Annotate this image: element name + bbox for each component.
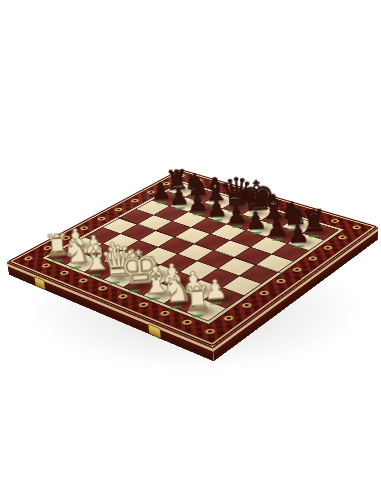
black-pawn[interactable]: ♟ bbox=[285, 221, 312, 247]
white-rook[interactable]: ♜ bbox=[182, 282, 212, 317]
product-photo: ♜♞♝♛♚♝♞♜♟♟♟♟♟♟♟♟♟♟♟♟♟♟♟♟♜♞♝♛♚♝♞♜ bbox=[0, 0, 381, 492]
